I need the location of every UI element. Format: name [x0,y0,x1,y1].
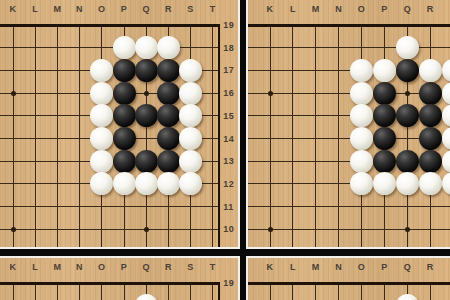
grid-line-col-R [168,282,169,300]
col-label-S: S [445,261,450,273]
col-label-T: T [205,261,221,273]
grid-line-col-K [270,282,271,300]
board-edge-top [0,24,220,27]
col-label-K: K [262,261,278,273]
col-label-N: N [72,261,88,273]
stone-white-S14 [442,127,450,150]
grid-line-col-N [338,24,339,247]
col-label-O: O [94,3,110,15]
col-label-Q: Q [399,261,415,273]
stone-white-O15 [90,104,113,127]
grid-line-col-L [292,24,293,247]
board-panel-bottom-right: KLMNOPQRST19181716151413121110 [246,256,450,300]
col-label-L: L [27,3,43,15]
grid-line-col-L [292,282,293,300]
stone-white-O15 [350,104,373,127]
col-label-M: M [49,3,65,15]
col-label-P: P [377,261,393,273]
stone-white-Q12 [396,172,419,195]
stone-black-R16 [157,82,180,105]
col-label-M: M [308,261,324,273]
col-label-L: L [285,3,301,15]
col-label-L: L [285,261,301,273]
stone-black-R13 [419,150,442,173]
col-label-P: P [377,3,393,15]
grid-line-col-P [124,282,125,300]
stone-black-R14 [157,127,180,150]
stone-white-Q18 [396,294,419,300]
stone-black-Q17 [135,59,158,82]
col-label-T: T [205,3,221,15]
col-label-N: N [331,3,347,15]
grid-line-col-K [13,24,14,247]
col-label-O: O [354,261,370,273]
board-edge-right [218,282,221,300]
grid-line-col-T [212,24,213,247]
col-label-R: R [422,261,438,273]
stone-black-P15 [373,104,396,127]
col-label-S: S [183,3,199,15]
col-label-R: R [160,261,176,273]
col-label-O: O [94,261,110,273]
stone-black-P13 [373,150,396,173]
grid-line-col-N [79,282,80,300]
stone-black-P16 [113,82,136,105]
grid-line-col-O [361,282,362,300]
grid-line-col-M [315,24,316,247]
stone-black-P17 [113,59,136,82]
board-panel-top-right: KLMNOPQRST19181716151413121110 [246,0,450,249]
col-label-N: N [72,3,88,15]
grid-line-col-K [13,282,14,300]
col-label-K: K [5,261,21,273]
stone-white-O13 [350,150,373,173]
star-point-Q16 [144,91,149,96]
row-label-15: 15 [223,110,240,122]
stone-black-R15 [419,104,442,127]
board-panel-bottom-left: KLMNOPQRST19181716151413121110 [0,256,240,300]
stone-black-Q13 [396,150,419,173]
stone-black-R15 [157,104,180,127]
stone-white-S13 [442,150,450,173]
row-label-11: 11 [223,201,240,213]
star-point-K16 [268,91,273,96]
star-point-Q10 [144,227,149,232]
grid-line-row-18 [0,47,218,48]
grid-line-row-11 [248,206,450,207]
stone-black-Q13 [135,150,158,173]
row-label-14: 14 [223,133,240,145]
col-label-M: M [49,261,65,273]
grid-line-row-18 [248,47,450,48]
stone-white-P18 [113,36,136,59]
grid-line-col-O [101,282,102,300]
stone-black-P16 [373,82,396,105]
stone-white-S12 [442,172,450,195]
grid-line-col-P [384,282,385,300]
col-label-P: P [116,261,132,273]
grid-line-col-M [57,282,58,300]
stone-white-Q18 [396,36,419,59]
grid-line-row-10 [0,229,218,230]
stone-black-R16 [419,82,442,105]
stone-white-S15 [442,104,450,127]
row-label-16: 16 [223,87,240,99]
stone-white-O16 [90,82,113,105]
grid-line-col-L [35,282,36,300]
stone-black-P13 [113,150,136,173]
stone-white-S13 [179,150,202,173]
grid-line-col-S [190,282,191,300]
stone-black-P14 [113,127,136,150]
star-point-Q16 [405,91,410,96]
stone-white-S12 [179,172,202,195]
row-label-10: 10 [223,223,240,235]
grid-line-col-L [35,24,36,247]
stone-white-O14 [350,127,373,150]
grid-line-col-N [338,282,339,300]
board-edge-right [218,24,221,247]
grid-line-row-10 [248,229,450,230]
stone-white-R17 [419,59,442,82]
grid-line-row-11 [0,206,218,207]
grid-line-col-K [270,24,271,247]
stone-black-Q17 [396,59,419,82]
stone-white-O12 [90,172,113,195]
stone-white-P12 [373,172,396,195]
col-label-K: K [262,3,278,15]
col-label-K: K [5,3,21,15]
grid-line-col-N [79,24,80,247]
board-edge-top [248,24,450,27]
board-edge-top [248,282,450,285]
row-label-18: 18 [223,42,240,54]
stone-white-R12 [419,172,442,195]
col-label-L: L [27,261,43,273]
board-panel-top-left: KLMNOPQRST19181716151413121110 [0,0,240,249]
stone-black-R14 [419,127,442,150]
col-label-O: O [354,3,370,15]
col-label-R: R [422,3,438,15]
row-label-13: 13 [223,155,240,167]
row-label-19: 19 [223,277,240,289]
col-label-S: S [445,3,450,15]
stone-white-R18 [157,36,180,59]
grid-line-col-T [212,282,213,300]
col-label-Q: Q [138,3,154,15]
col-label-M: M [308,3,324,15]
grid-line-col-R [430,282,431,300]
stone-white-Q18 [135,36,158,59]
stone-white-Q12 [135,172,158,195]
star-point-K16 [11,91,16,96]
board-edge-top [0,282,220,285]
grid-line-col-M [57,24,58,247]
stone-black-P14 [373,127,396,150]
grid-line-col-M [315,282,316,300]
col-label-Q: Q [138,261,154,273]
stone-black-Q15 [135,104,158,127]
star-point-K10 [268,227,273,232]
col-label-N: N [331,261,347,273]
col-label-Q: Q [399,3,415,15]
go-problem-diagram-grid: KLMNOPQRST19181716151413121110 KLMNOPQRS… [0,0,450,300]
stone-white-P12 [113,172,136,195]
stone-white-R12 [157,172,180,195]
stone-white-S15 [179,104,202,127]
stone-white-O16 [350,82,373,105]
stone-white-O17 [350,59,373,82]
stone-black-R13 [157,150,180,173]
col-label-P: P [116,3,132,15]
stone-black-R17 [157,59,180,82]
stone-white-O12 [350,172,373,195]
row-label-12: 12 [223,178,240,190]
stone-white-S17 [179,59,202,82]
stone-white-S14 [179,127,202,150]
row-label-19: 19 [223,19,240,31]
stone-white-O13 [90,150,113,173]
stone-white-S16 [442,82,450,105]
star-point-Q10 [405,227,410,232]
stone-black-P15 [113,104,136,127]
stone-white-O17 [90,59,113,82]
stone-white-S16 [179,82,202,105]
stone-white-S17 [442,59,450,82]
stone-black-Q15 [396,104,419,127]
col-label-S: S [183,261,199,273]
stone-white-O14 [90,127,113,150]
col-label-R: R [160,3,176,15]
row-label-17: 17 [223,64,240,76]
star-point-K10 [11,227,16,232]
stone-white-Q18 [135,294,158,300]
stone-white-P17 [373,59,396,82]
